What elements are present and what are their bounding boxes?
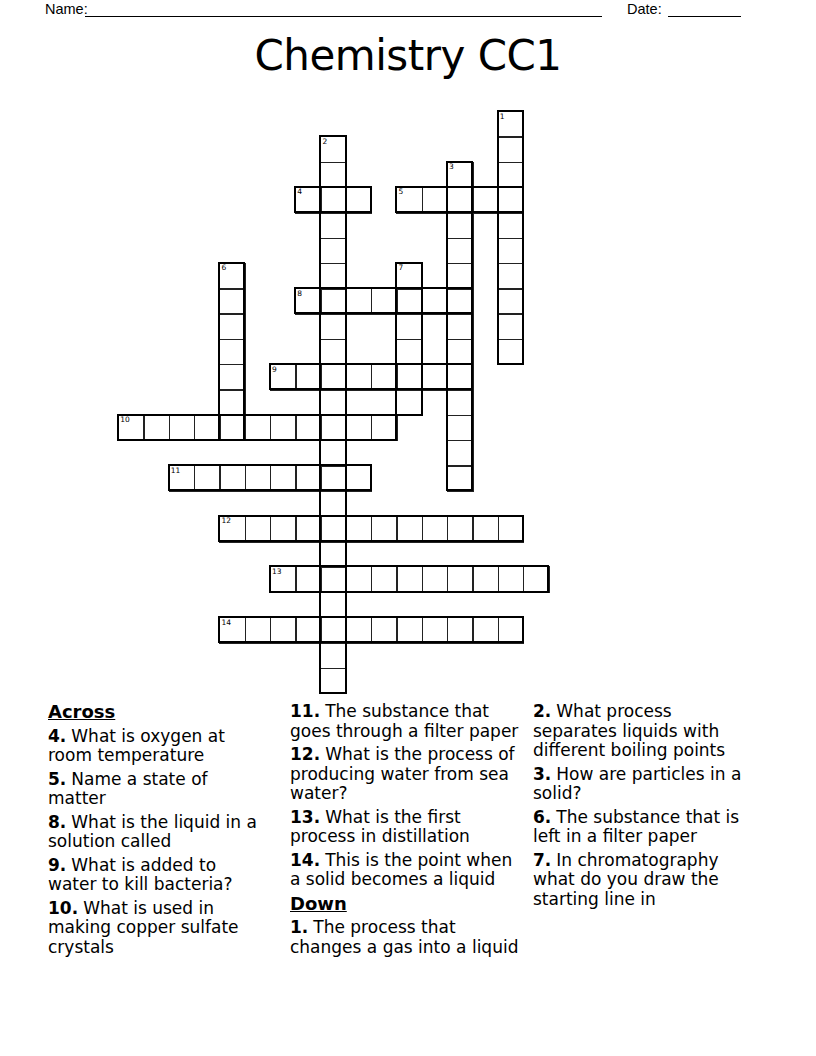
- clue-text-1: The process that changes a gas into a li…: [290, 917, 518, 957]
- grid-number-3: 3: [449, 163, 454, 171]
- grid-number-11: 11: [171, 467, 181, 475]
- word-outline-12-across: [218, 515, 524, 542]
- clue-text-14: This is the point when a solid becomes a…: [290, 850, 512, 890]
- grid-number-13: 13: [272, 568, 282, 576]
- clue-number-label-4: 4.: [48, 726, 66, 746]
- clue-text-11: The substance that goes through a filter…: [290, 701, 518, 741]
- clue-number-label-9: 9.: [48, 855, 66, 875]
- word-outline-7-down: [395, 262, 422, 416]
- grid-number-7: 7: [399, 264, 404, 272]
- grid-number-5: 5: [399, 188, 404, 196]
- clue-text-3: How are particles in a solid?: [533, 764, 741, 804]
- clue-number-label-14: 14.: [290, 850, 320, 870]
- worksheet-page: Name: Date: Chemistry CC1 12345678910111…: [0, 0, 816, 1056]
- grid-number-8: 8: [297, 290, 302, 298]
- clues-column-3: 2.What process separates liquids with di…: [533, 702, 785, 913]
- clue-8: 8.What is the liquid in a solution calle…: [48, 813, 288, 852]
- clue-number-label-3: 3.: [533, 764, 551, 784]
- clue-4: 4.What is oxygen at room temperature: [48, 727, 288, 766]
- word-outline-13-across: [269, 565, 549, 592]
- clues-heading-down: Down: [290, 894, 532, 914]
- clues-heading-across: Across: [48, 702, 288, 722]
- clue-1: 1.The process that changes a gas into a …: [290, 918, 532, 957]
- clue-2: 2.What process separates liquids with di…: [533, 702, 785, 761]
- clue-text-6: The substance that is left in a filter p…: [533, 807, 739, 847]
- clue-number-label-8: 8.: [48, 812, 66, 832]
- clue-11: 11.The substance that goes through a fil…: [290, 702, 532, 741]
- clue-7: 7.In chromatography what do you draw the…: [533, 851, 785, 910]
- clue-text-5: Name a state of matter: [48, 769, 208, 809]
- clue-5: 5.Name a state of matter: [48, 770, 288, 809]
- word-outline-11-across: [168, 464, 372, 491]
- clue-14: 14.This is the point when a solid become…: [290, 851, 532, 890]
- clue-13: 13.What is the first process in distilla…: [290, 808, 532, 847]
- clue-12: 12.What is the process of producing wate…: [290, 745, 532, 804]
- clue-9: 9.What is added to water to kill bacteri…: [48, 856, 288, 895]
- word-outline-5-across: [395, 186, 524, 213]
- clues-column-1: Across4.What is oxygen at room temperatu…: [48, 702, 288, 961]
- clues-column-2: 11.The substance that goes through a fil…: [290, 702, 532, 961]
- clue-text-12: What is the process of producing water f…: [290, 744, 515, 803]
- clue-3: 3.How are particles in a solid?: [533, 765, 785, 804]
- clue-number-label-6: 6.: [533, 807, 551, 827]
- clue-text-4: What is oxygen at room temperature: [48, 726, 225, 766]
- clue-6: 6.The substance that is left in a filter…: [533, 808, 785, 847]
- grid-number-14: 14: [221, 619, 231, 627]
- grid-number-4: 4: [297, 188, 302, 196]
- clue-number-label-10: 10.: [48, 898, 78, 918]
- word-outline-9-across: [269, 363, 473, 390]
- word-outline-8-across: [294, 287, 473, 314]
- clue-number-label-13: 13.: [290, 807, 320, 827]
- clue-text-9: What is added to water to kill bacteria?: [48, 855, 233, 895]
- grid-number-1: 1: [500, 113, 505, 121]
- clue-number-label-11: 11.: [290, 701, 320, 721]
- clue-10: 10.What is used in making copper sulfate…: [48, 899, 288, 958]
- word-outline-10-across: [117, 414, 397, 441]
- clue-text-7: In chromatography what do you draw the s…: [533, 850, 719, 909]
- word-outline-14-across: [218, 616, 524, 643]
- grid-number-6: 6: [221, 264, 226, 272]
- clue-number-label-7: 7.: [533, 850, 551, 870]
- clue-text-8: What is the liquid in a solution called: [48, 812, 257, 852]
- clue-number-label-5: 5.: [48, 769, 66, 789]
- clue-number-label-12: 12.: [290, 744, 320, 764]
- grid-number-10: 10: [120, 416, 130, 424]
- grid-number-2: 2: [323, 138, 328, 146]
- word-outline-1-down: [497, 110, 524, 365]
- grid-number-9: 9: [272, 366, 277, 374]
- clue-text-2: What process separates liquids with diff…: [533, 701, 725, 760]
- grid-number-12: 12: [221, 517, 231, 525]
- clue-number-label-1: 1.: [290, 917, 308, 937]
- clue-number-label-2: 2.: [533, 701, 551, 721]
- word-outline-4-across: [294, 186, 372, 213]
